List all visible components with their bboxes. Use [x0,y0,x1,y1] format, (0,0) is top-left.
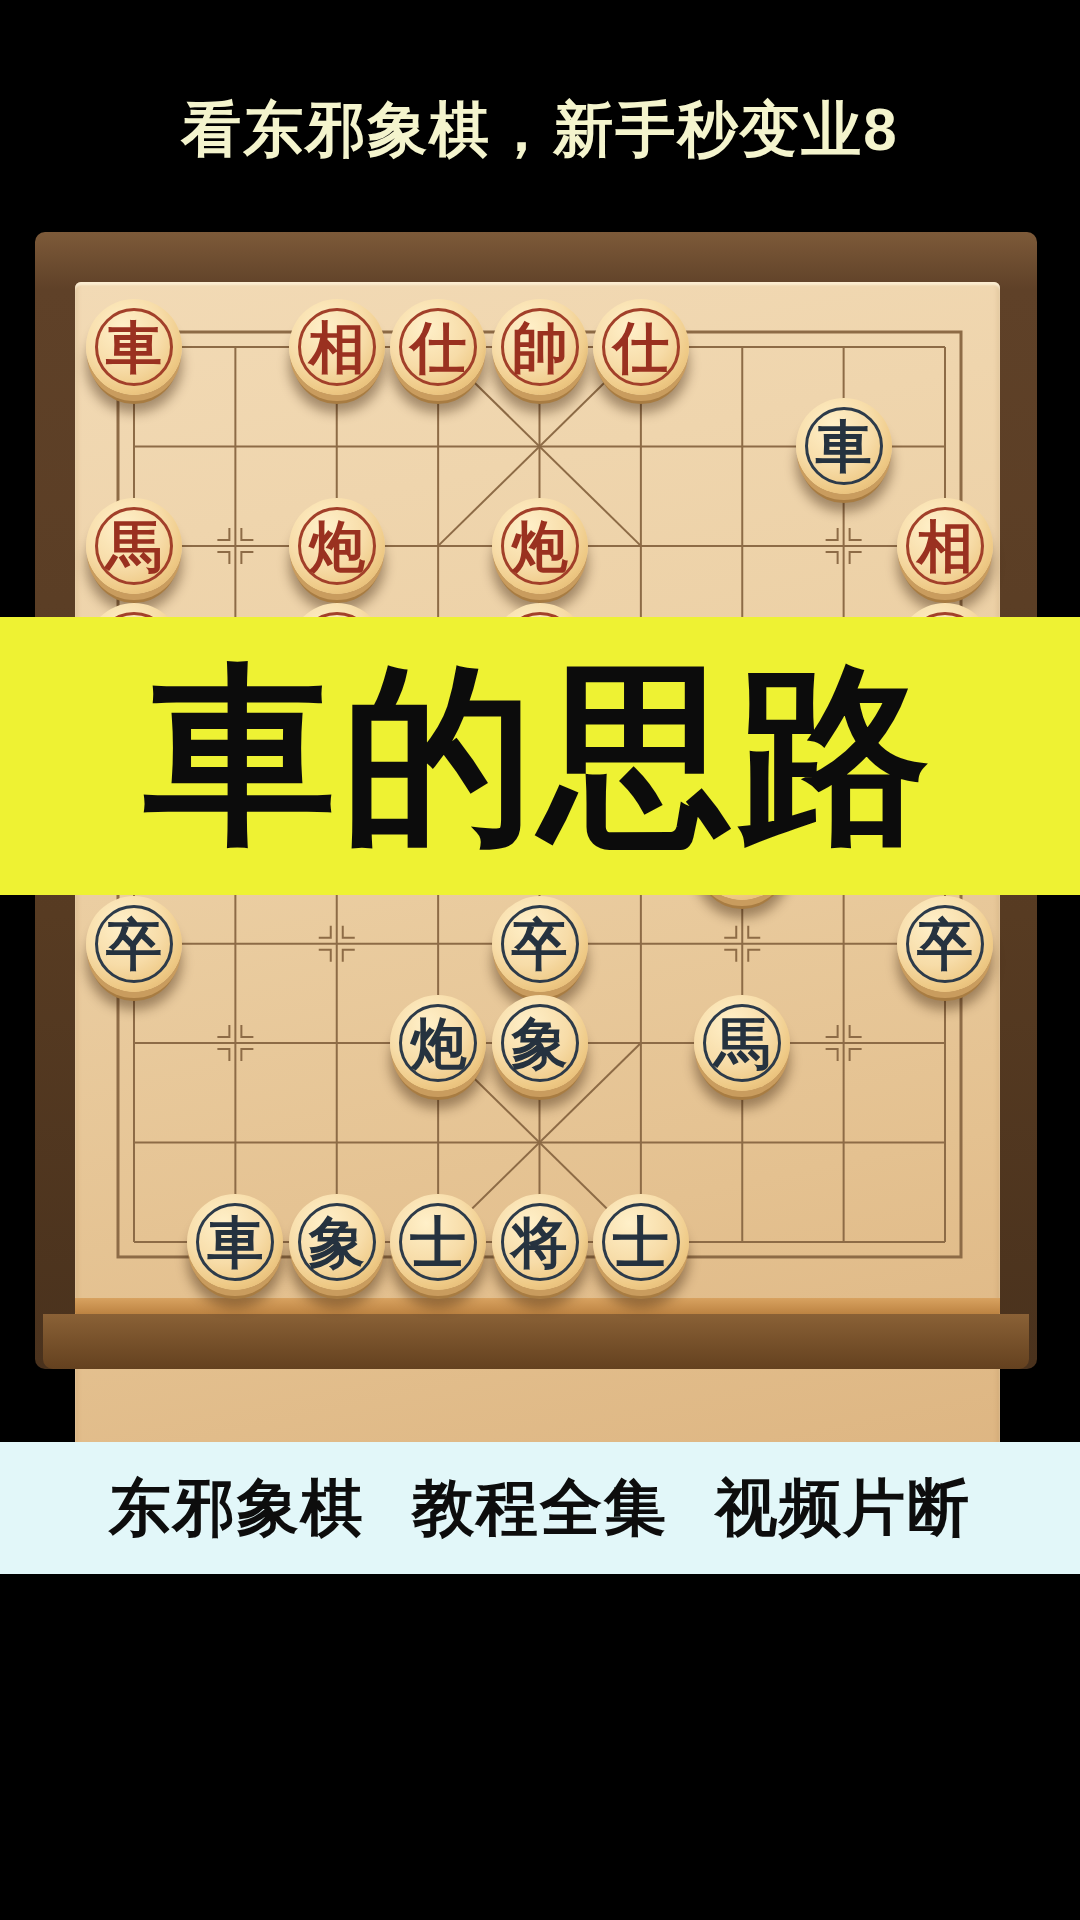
piece-black-pawn-a6[interactable]: 卒 [86,896,182,992]
piece-black-chariot-b9[interactable]: 車 [187,1194,283,1290]
piece-black-pawn-i6[interactable]: 卒 [897,896,993,992]
caption-banner: 車的思路 [0,617,1080,895]
piece-glyph-馬: 馬 [86,498,182,594]
piece-glyph-将: 将 [492,1194,588,1290]
piece-glyph-仕: 仕 [390,299,486,395]
piece-glyph-相: 相 [289,299,385,395]
piece-glyph-象: 象 [492,995,588,1091]
piece-glyph-卒: 卒 [86,896,182,992]
piece-black-chariot-h1[interactable]: 車 [796,398,892,494]
caption-text: 車的思路 [144,660,936,852]
piece-glyph-仕: 仕 [593,299,689,395]
piece-red-elephant-c0[interactable]: 相 [289,299,385,395]
piece-red-elephant-i2[interactable]: 相 [897,498,993,594]
piece-glyph-象: 象 [289,1194,385,1290]
piece-red-horse-a2[interactable]: 馬 [86,498,182,594]
piece-glyph-士: 士 [593,1194,689,1290]
piece-glyph-炮: 炮 [390,995,486,1091]
piece-red-cannon-e2[interactable]: 炮 [492,498,588,594]
piece-glyph-車: 車 [796,398,892,494]
piece-black-horse-g7[interactable]: 馬 [694,995,790,1091]
piece-black-cannon-d7[interactable]: 炮 [390,995,486,1091]
piece-red-advisor-f0[interactable]: 仕 [593,299,689,395]
piece-black-elephant-c9[interactable]: 象 [289,1194,385,1290]
footer-text: 东邪象棋 教程全集 视频片断 [109,1466,971,1550]
piece-black-advisor-d9[interactable]: 士 [390,1194,486,1290]
piece-red-cannon-c2[interactable]: 炮 [289,498,385,594]
piece-glyph-車: 車 [187,1194,283,1290]
piece-glyph-車: 車 [86,299,182,395]
piece-glyph-炮: 炮 [289,498,385,594]
piece-glyph-士: 士 [390,1194,486,1290]
piece-black-pawn-e6[interactable]: 卒 [492,896,588,992]
footer-strip: 东邪象棋 教程全集 视频片断 [0,1442,1080,1574]
piece-glyph-馬: 馬 [694,995,790,1091]
piece-red-chariot-a0[interactable]: 車 [86,299,182,395]
piece-red-general-e0[interactable]: 帥 [492,299,588,395]
video-title: 看东邪象棋，新手秒变业8 [0,92,1080,168]
video-frame: 看东邪象棋，新手秒变业8 車相仕帥仕車馬炮炮相兵兵兵兵卒卒卒卒炮象馬車象士将士 … [0,0,1080,1920]
piece-glyph-帥: 帥 [492,299,588,395]
piece-black-advisor-f9[interactable]: 士 [593,1194,689,1290]
piece-glyph-相: 相 [897,498,993,594]
piece-glyph-卒: 卒 [897,896,993,992]
piece-glyph-卒: 卒 [492,896,588,992]
piece-glyph-炮: 炮 [492,498,588,594]
piece-black-elephant-e7[interactable]: 象 [492,995,588,1091]
piece-red-advisor-d0[interactable]: 仕 [390,299,486,395]
piece-black-general-e9[interactable]: 将 [492,1194,588,1290]
